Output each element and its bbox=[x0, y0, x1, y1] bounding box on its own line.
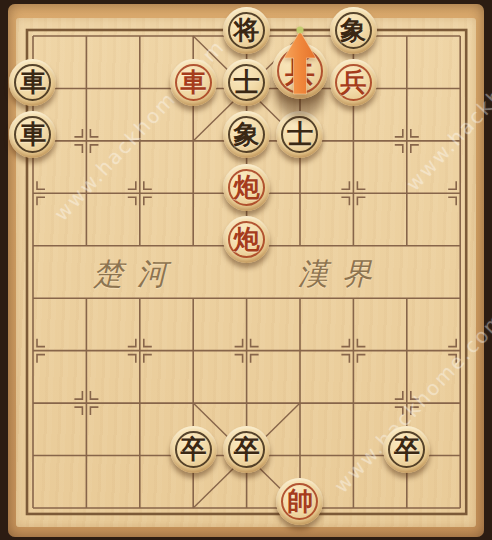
piece-red-general[interactable]: 帥 bbox=[276, 478, 323, 525]
piece-glyph: 車 bbox=[9, 59, 56, 106]
piece-glyph: 象 bbox=[223, 111, 270, 158]
piece-black-chariot[interactable]: 車 bbox=[9, 59, 56, 106]
xiangqi-app: 楚河 漢界 www.hackhome.com www.hackhome.com … bbox=[0, 0, 492, 540]
piece-glyph: 象 bbox=[330, 7, 377, 54]
piece-black-elephant[interactable]: 象 bbox=[330, 7, 377, 54]
piece-red-soldier-selected[interactable]: 兵 bbox=[272, 43, 328, 99]
piece-glyph: 炮 bbox=[223, 216, 270, 263]
piece-black-soldier[interactable]: 卒 bbox=[383, 426, 430, 473]
piece-glyph: 卒 bbox=[383, 426, 430, 473]
piece-glyph: 炮 bbox=[223, 164, 270, 211]
piece-black-general[interactable]: 将 bbox=[223, 7, 270, 54]
piece-black-advisor[interactable]: 士 bbox=[223, 59, 270, 106]
piece-glyph: 車 bbox=[9, 111, 56, 158]
piece-glyph: 将 bbox=[223, 7, 270, 54]
piece-red-chariot[interactable]: 車 bbox=[170, 59, 217, 106]
piece-red-cannon[interactable]: 炮 bbox=[223, 216, 270, 263]
piece-red-cannon[interactable]: 炮 bbox=[223, 164, 270, 211]
piece-glyph: 兵 bbox=[272, 43, 328, 99]
piece-glyph: 士 bbox=[223, 59, 270, 106]
piece-black-soldier[interactable]: 卒 bbox=[170, 426, 217, 473]
piece-red-soldier[interactable]: 兵 bbox=[330, 59, 377, 106]
piece-black-advisor[interactable]: 士 bbox=[276, 111, 323, 158]
piece-glyph: 卒 bbox=[223, 426, 270, 473]
piece-black-soldier[interactable]: 卒 bbox=[223, 426, 270, 473]
piece-glyph: 士 bbox=[276, 111, 323, 158]
piece-glyph: 卒 bbox=[170, 426, 217, 473]
piece-layer: 将象車車士兵兵車象士炮炮卒卒卒帥 bbox=[6, 10, 487, 534]
piece-glyph: 車 bbox=[170, 59, 217, 106]
piece-black-chariot[interactable]: 車 bbox=[9, 111, 56, 158]
piece-glyph: 兵 bbox=[330, 59, 377, 106]
piece-black-elephant[interactable]: 象 bbox=[223, 111, 270, 158]
piece-glyph: 帥 bbox=[276, 478, 323, 525]
